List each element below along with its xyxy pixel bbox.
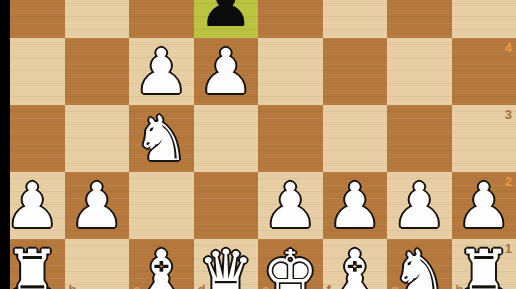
square-b1[interactable]: b bbox=[65, 239, 130, 289]
black-pawn[interactable]: ♟ bbox=[198, 0, 254, 36]
white-rook[interactable]: ♜ bbox=[4, 242, 60, 289]
square-h2[interactable]: ♟2 bbox=[452, 172, 516, 239]
square-e1[interactable]: ♚e bbox=[258, 239, 323, 289]
square-e2[interactable]: ♟ bbox=[258, 172, 323, 239]
square-d2[interactable] bbox=[194, 172, 259, 239]
square-c5[interactable] bbox=[129, 0, 194, 38]
square-f4[interactable] bbox=[323, 38, 388, 105]
chess-board: ♟5♟♟4♞3♟♟♟♟♟♟2♜ab♝c♛d♚e♝f♞g♜1h bbox=[0, 0, 516, 289]
chess-video-frame: ♟5♟♟4♞3♟♟♟♟♟♟2♜ab♝c♛d♚e♝f♞g♜1h bbox=[0, 0, 516, 289]
rank-label-4: 4 bbox=[505, 41, 512, 54]
square-d3[interactable] bbox=[194, 105, 259, 172]
square-d5[interactable]: ♟ bbox=[194, 0, 259, 38]
square-g1[interactable]: ♞g bbox=[387, 239, 452, 289]
rank-label-1: 1 bbox=[505, 242, 512, 255]
white-pawn[interactable]: ♟ bbox=[262, 175, 318, 237]
square-h1[interactable]: ♜1h bbox=[452, 239, 516, 289]
square-f5[interactable] bbox=[323, 0, 388, 38]
square-b2[interactable]: ♟ bbox=[65, 172, 130, 239]
square-c2[interactable] bbox=[129, 172, 194, 239]
file-label-h: h bbox=[456, 283, 464, 289]
square-h3[interactable]: 3 bbox=[452, 105, 516, 172]
square-g4[interactable] bbox=[387, 38, 452, 105]
square-e4[interactable] bbox=[258, 38, 323, 105]
white-pawn[interactable]: ♟ bbox=[391, 175, 447, 237]
square-d4[interactable]: ♟ bbox=[194, 38, 259, 105]
white-rook[interactable]: ♜ bbox=[456, 242, 512, 289]
square-e3[interactable] bbox=[258, 105, 323, 172]
square-f2[interactable]: ♟ bbox=[323, 172, 388, 239]
rank-label-3: 3 bbox=[505, 108, 512, 121]
square-c4[interactable]: ♟ bbox=[129, 38, 194, 105]
white-bishop[interactable]: ♝ bbox=[327, 242, 383, 289]
square-h5[interactable]: 5 bbox=[452, 0, 516, 38]
square-b4[interactable] bbox=[65, 38, 130, 105]
white-king[interactable]: ♚ bbox=[262, 242, 318, 289]
file-label-d: d bbox=[198, 283, 206, 289]
square-d1[interactable]: ♛d bbox=[194, 239, 259, 289]
white-pawn[interactable]: ♟ bbox=[4, 175, 60, 237]
white-pawn[interactable]: ♟ bbox=[456, 175, 512, 237]
square-b5[interactable] bbox=[65, 0, 130, 38]
letterbox-bar bbox=[0, 0, 10, 289]
file-label-f: f bbox=[327, 283, 331, 289]
square-e5[interactable] bbox=[258, 0, 323, 38]
white-knight[interactable]: ♞ bbox=[391, 242, 447, 289]
white-pawn[interactable]: ♟ bbox=[198, 41, 254, 103]
square-g5[interactable] bbox=[387, 0, 452, 38]
square-f1[interactable]: ♝f bbox=[323, 239, 388, 289]
square-c3[interactable]: ♞ bbox=[129, 105, 194, 172]
square-h4[interactable]: 4 bbox=[452, 38, 516, 105]
file-label-e: e bbox=[262, 283, 269, 289]
white-queen[interactable]: ♛ bbox=[198, 242, 254, 289]
file-label-g: g bbox=[391, 283, 399, 289]
square-c1[interactable]: ♝c bbox=[129, 239, 194, 289]
file-label-b: b bbox=[69, 283, 77, 289]
file-label-c: c bbox=[133, 283, 140, 289]
white-bishop[interactable]: ♝ bbox=[133, 242, 189, 289]
rank-label-2: 2 bbox=[505, 175, 512, 188]
square-g3[interactable] bbox=[387, 105, 452, 172]
square-b3[interactable] bbox=[65, 105, 130, 172]
white-pawn[interactable]: ♟ bbox=[327, 175, 383, 237]
square-f3[interactable] bbox=[323, 105, 388, 172]
square-g2[interactable]: ♟ bbox=[387, 172, 452, 239]
white-pawn[interactable]: ♟ bbox=[133, 41, 189, 103]
white-knight[interactable]: ♞ bbox=[133, 108, 189, 170]
white-pawn[interactable]: ♟ bbox=[69, 175, 125, 237]
